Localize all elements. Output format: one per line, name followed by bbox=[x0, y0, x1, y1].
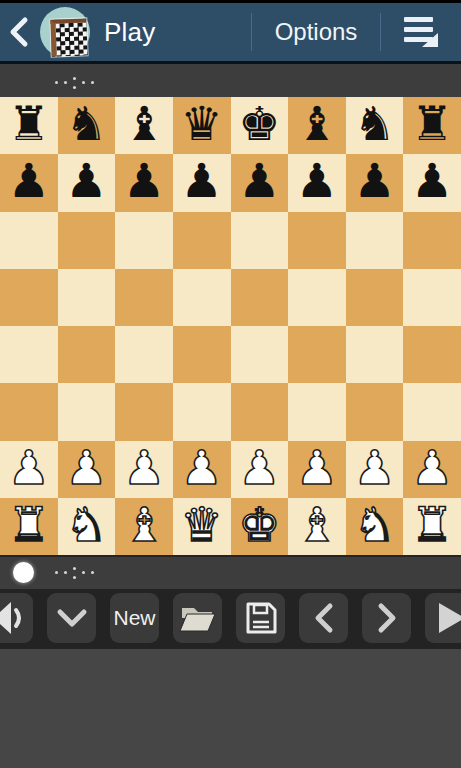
chevron-right-icon bbox=[375, 601, 399, 635]
volume-button[interactable] bbox=[0, 593, 33, 643]
top-panel-drag-handle[interactable] bbox=[0, 64, 461, 97]
black-pawn: ♟ bbox=[181, 157, 223, 204]
square-e8[interactable]: ♚ bbox=[231, 97, 289, 154]
square-g4[interactable] bbox=[346, 326, 404, 383]
square-e6[interactable] bbox=[231, 212, 289, 269]
square-f4[interactable] bbox=[288, 326, 346, 383]
square-d8[interactable]: ♛ bbox=[173, 97, 231, 154]
new-game-button[interactable]: New bbox=[110, 593, 159, 643]
square-d4[interactable] bbox=[173, 326, 231, 383]
square-g5[interactable] bbox=[346, 269, 404, 326]
white-pawn: ♟ bbox=[181, 444, 223, 491]
bottom-panel-drag-handle[interactable] bbox=[0, 555, 461, 589]
square-g8[interactable]: ♞ bbox=[346, 97, 404, 154]
square-a2[interactable]: ♟ bbox=[0, 441, 58, 498]
black-pawn: ♟ bbox=[296, 157, 338, 204]
square-b3[interactable] bbox=[58, 383, 116, 440]
square-d1[interactable]: ♛ bbox=[173, 498, 231, 555]
square-b7[interactable]: ♟ bbox=[58, 154, 116, 211]
square-c6[interactable] bbox=[115, 212, 173, 269]
toolbar: New bbox=[0, 589, 461, 649]
previous-move-button[interactable] bbox=[299, 593, 348, 643]
square-f8[interactable]: ♝ bbox=[288, 97, 346, 154]
white-pawn: ♟ bbox=[123, 444, 165, 491]
black-pawn: ♟ bbox=[238, 157, 280, 204]
drag-handle-dots-icon bbox=[55, 81, 58, 84]
square-b4[interactable] bbox=[58, 326, 116, 383]
black-pawn: ♟ bbox=[123, 157, 165, 204]
white-bishop: ♝ bbox=[123, 501, 165, 548]
square-h7[interactable]: ♟ bbox=[403, 154, 461, 211]
speaker-icon bbox=[0, 598, 29, 638]
square-b6[interactable] bbox=[58, 212, 116, 269]
black-pawn: ♟ bbox=[353, 157, 395, 204]
square-f7[interactable]: ♟ bbox=[288, 154, 346, 211]
square-h8[interactable]: ♜ bbox=[403, 97, 461, 154]
square-c4[interactable] bbox=[115, 326, 173, 383]
square-d7[interactable]: ♟ bbox=[173, 154, 231, 211]
back-button[interactable] bbox=[2, 10, 36, 54]
toolbar-buttons-row: New bbox=[0, 593, 461, 643]
square-e4[interactable] bbox=[231, 326, 289, 383]
new-game-label: New bbox=[113, 606, 155, 630]
square-a5[interactable] bbox=[0, 269, 58, 326]
square-e5[interactable] bbox=[231, 269, 289, 326]
square-f6[interactable] bbox=[288, 212, 346, 269]
app-bar: Play Options bbox=[0, 3, 461, 64]
square-f3[interactable] bbox=[288, 383, 346, 440]
black-rook: ♜ bbox=[411, 100, 453, 147]
black-knight: ♞ bbox=[65, 100, 107, 147]
square-f2[interactable]: ♟ bbox=[288, 441, 346, 498]
black-bishop: ♝ bbox=[296, 100, 338, 147]
black-pawn: ♟ bbox=[411, 157, 453, 204]
black-pawn: ♟ bbox=[8, 157, 50, 204]
square-b1[interactable]: ♞ bbox=[58, 498, 116, 555]
square-c1[interactable]: ♝ bbox=[115, 498, 173, 555]
square-f1[interactable]: ♝ bbox=[288, 498, 346, 555]
white-king: ♚ bbox=[238, 501, 280, 548]
page-title: Play bbox=[104, 17, 251, 48]
white-queen: ♛ bbox=[181, 501, 223, 548]
black-pawn: ♟ bbox=[65, 157, 107, 204]
square-c7[interactable]: ♟ bbox=[115, 154, 173, 211]
play-moves-button[interactable] bbox=[425, 593, 461, 643]
square-h1[interactable]: ♜ bbox=[403, 498, 461, 555]
menu-button[interactable] bbox=[381, 3, 461, 61]
square-c8[interactable]: ♝ bbox=[115, 97, 173, 154]
mini-chessboard-graphic bbox=[50, 18, 87, 56]
square-b2[interactable]: ♟ bbox=[58, 441, 116, 498]
square-h5[interactable] bbox=[403, 269, 461, 326]
square-c5[interactable] bbox=[115, 269, 173, 326]
square-h3[interactable] bbox=[403, 383, 461, 440]
square-d3[interactable] bbox=[173, 383, 231, 440]
square-b8[interactable]: ♞ bbox=[58, 97, 116, 154]
options-button[interactable]: Options bbox=[252, 3, 380, 61]
square-a6[interactable] bbox=[0, 212, 58, 269]
white-pawn: ♟ bbox=[296, 444, 338, 491]
square-b5[interactable] bbox=[58, 269, 116, 326]
square-d5[interactable] bbox=[173, 269, 231, 326]
square-h2[interactable]: ♟ bbox=[403, 441, 461, 498]
collapse-button[interactable] bbox=[47, 593, 96, 643]
square-d6[interactable] bbox=[173, 212, 231, 269]
black-rook: ♜ bbox=[8, 100, 50, 147]
chevron-down-icon bbox=[54, 607, 90, 629]
square-a4[interactable] bbox=[0, 326, 58, 383]
white-pawn: ♟ bbox=[8, 444, 50, 491]
black-king: ♚ bbox=[238, 100, 280, 147]
folder-open-icon bbox=[179, 602, 217, 634]
chevron-left-icon bbox=[8, 16, 30, 48]
square-h6[interactable] bbox=[403, 212, 461, 269]
save-floppy-icon bbox=[244, 601, 278, 635]
chess-app-window: Play Options ♜♞♝♛♚♝♞♜♟♟♟♟♟♟♟♟♟♟♟♟♟♟♟♟♜♞♝… bbox=[0, 0, 461, 768]
square-a8[interactable]: ♜ bbox=[0, 97, 58, 154]
square-a3[interactable] bbox=[0, 383, 58, 440]
white-pawn: ♟ bbox=[353, 444, 395, 491]
square-c2[interactable]: ♟ bbox=[115, 441, 173, 498]
white-pawn: ♟ bbox=[411, 444, 453, 491]
white-bishop: ♝ bbox=[296, 501, 338, 548]
list-menu-icon bbox=[401, 14, 441, 50]
square-h4[interactable] bbox=[403, 326, 461, 383]
square-a1[interactable]: ♜ bbox=[0, 498, 58, 555]
square-e3[interactable] bbox=[231, 383, 289, 440]
save-button[interactable] bbox=[236, 593, 285, 643]
white-turn-indicator bbox=[13, 562, 34, 583]
chevron-left-icon bbox=[312, 601, 336, 635]
chess-board: ♜♞♝♛♚♝♞♜♟♟♟♟♟♟♟♟♟♟♟♟♟♟♟♟♜♞♝♛♚♝♞♜ bbox=[0, 97, 461, 555]
chessboard-app-icon bbox=[40, 7, 90, 57]
black-bishop: ♝ bbox=[123, 100, 165, 147]
square-g7[interactable]: ♟ bbox=[346, 154, 404, 211]
white-pawn: ♟ bbox=[65, 444, 107, 491]
square-d2[interactable]: ♟ bbox=[173, 441, 231, 498]
black-knight: ♞ bbox=[353, 100, 395, 147]
play-icon bbox=[433, 599, 461, 637]
white-rook: ♜ bbox=[411, 501, 453, 548]
square-g2[interactable]: ♟ bbox=[346, 441, 404, 498]
white-pawn: ♟ bbox=[238, 444, 280, 491]
square-c3[interactable] bbox=[115, 383, 173, 440]
square-g6[interactable] bbox=[346, 212, 404, 269]
white-knight: ♞ bbox=[65, 501, 107, 548]
square-g3[interactable] bbox=[346, 383, 404, 440]
white-knight: ♞ bbox=[353, 501, 395, 548]
black-queen: ♛ bbox=[181, 100, 223, 147]
square-e1[interactable]: ♚ bbox=[231, 498, 289, 555]
drag-handle-dots-icon bbox=[55, 571, 58, 574]
lower-panel bbox=[0, 649, 461, 768]
open-file-button[interactable] bbox=[173, 593, 222, 643]
square-a7[interactable]: ♟ bbox=[0, 154, 58, 211]
white-rook: ♜ bbox=[8, 501, 50, 548]
square-e7[interactable]: ♟ bbox=[231, 154, 289, 211]
next-move-button[interactable] bbox=[362, 593, 411, 643]
square-e2[interactable]: ♟ bbox=[231, 441, 289, 498]
square-f5[interactable] bbox=[288, 269, 346, 326]
square-g1[interactable]: ♞ bbox=[346, 498, 404, 555]
